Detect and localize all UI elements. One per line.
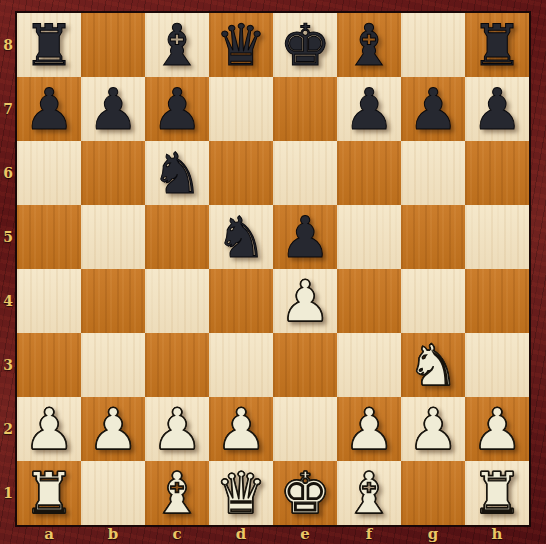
black-bishop[interactable]: ♝: [145, 13, 209, 77]
square-g5[interactable]: [401, 205, 465, 269]
square-d6[interactable]: [209, 141, 273, 205]
square-e3[interactable]: [273, 333, 337, 397]
square-h8[interactable]: ♜: [465, 13, 529, 77]
rank-label-4: 4: [0, 269, 16, 333]
square-f8[interactable]: ♝: [337, 13, 401, 77]
square-d8[interactable]: ♛: [209, 13, 273, 77]
square-f3[interactable]: [337, 333, 401, 397]
square-g7[interactable]: ♟: [401, 77, 465, 141]
white-queen[interactable]: ♛: [209, 461, 273, 525]
black-pawn[interactable]: ♟: [17, 77, 81, 141]
white-pawn[interactable]: ♟: [465, 397, 529, 461]
square-b8[interactable]: [81, 13, 145, 77]
white-king[interactable]: ♚: [273, 461, 337, 525]
square-a3[interactable]: [17, 333, 81, 397]
black-rook[interactable]: ♜: [17, 13, 81, 77]
white-rook[interactable]: ♜: [17, 461, 81, 525]
square-h1[interactable]: ♜: [465, 461, 529, 525]
file-label-c: c: [145, 525, 209, 544]
square-a5[interactable]: [17, 205, 81, 269]
square-g8[interactable]: [401, 13, 465, 77]
square-g1[interactable]: [401, 461, 465, 525]
square-b2[interactable]: ♟: [81, 397, 145, 461]
chess-board: ♜♝♛♚♝♜♟♟♟♟♟♟♞♞♟♟♞♟♟♟♟♟♟♟♜♝♛♚♝♜: [17, 13, 529, 525]
square-a4[interactable]: [17, 269, 81, 333]
square-g6[interactable]: [401, 141, 465, 205]
square-h6[interactable]: [465, 141, 529, 205]
square-f7[interactable]: ♟: [337, 77, 401, 141]
black-pawn[interactable]: ♟: [337, 77, 401, 141]
square-g3[interactable]: ♞: [401, 333, 465, 397]
square-a1[interactable]: ♜: [17, 461, 81, 525]
square-d5[interactable]: ♞: [209, 205, 273, 269]
file-label-a: a: [17, 525, 81, 544]
square-e6[interactable]: [273, 141, 337, 205]
square-h2[interactable]: ♟: [465, 397, 529, 461]
black-rook[interactable]: ♜: [465, 13, 529, 77]
rank-label-3: 3: [0, 333, 16, 397]
black-pawn[interactable]: ♟: [145, 77, 209, 141]
square-c8[interactable]: ♝: [145, 13, 209, 77]
white-pawn[interactable]: ♟: [337, 397, 401, 461]
black-queen[interactable]: ♛: [209, 13, 273, 77]
square-c3[interactable]: [145, 333, 209, 397]
square-e8[interactable]: ♚: [273, 13, 337, 77]
file-label-g: g: [401, 525, 465, 544]
white-bishop[interactable]: ♝: [337, 461, 401, 525]
black-pawn[interactable]: ♟: [401, 77, 465, 141]
white-pawn[interactable]: ♟: [401, 397, 465, 461]
rank-label-5: 5: [0, 205, 16, 269]
square-d1[interactable]: ♛: [209, 461, 273, 525]
chess-diagram: ♜♝♛♚♝♜♟♟♟♟♟♟♞♞♟♟♞♟♟♟♟♟♟♟♜♝♛♚♝♜ 87654321a…: [0, 0, 546, 544]
white-pawn[interactable]: ♟: [209, 397, 273, 461]
black-knight[interactable]: ♞: [209, 205, 273, 269]
rank-label-1: 1: [0, 461, 16, 525]
rank-label-2: 2: [0, 397, 16, 461]
black-pawn[interactable]: ♟: [465, 77, 529, 141]
square-c5[interactable]: [145, 205, 209, 269]
black-king[interactable]: ♚: [273, 13, 337, 77]
square-b1[interactable]: [81, 461, 145, 525]
black-knight[interactable]: ♞: [145, 141, 209, 205]
white-pawn[interactable]: ♟: [81, 397, 145, 461]
square-e1[interactable]: ♚: [273, 461, 337, 525]
square-h5[interactable]: [465, 205, 529, 269]
square-b6[interactable]: [81, 141, 145, 205]
square-e5[interactable]: ♟: [273, 205, 337, 269]
white-pawn[interactable]: ♟: [273, 269, 337, 333]
white-knight[interactable]: ♞: [401, 333, 465, 397]
square-c2[interactable]: ♟: [145, 397, 209, 461]
black-pawn[interactable]: ♟: [273, 205, 337, 269]
black-bishop[interactable]: ♝: [337, 13, 401, 77]
square-f6[interactable]: [337, 141, 401, 205]
square-a2[interactable]: ♟: [17, 397, 81, 461]
square-a8[interactable]: ♜: [17, 13, 81, 77]
square-b4[interactable]: [81, 269, 145, 333]
file-label-b: b: [81, 525, 145, 544]
square-f5[interactable]: [337, 205, 401, 269]
file-label-d: d: [209, 525, 273, 544]
white-bishop[interactable]: ♝: [145, 461, 209, 525]
square-h4[interactable]: [465, 269, 529, 333]
square-g2[interactable]: ♟: [401, 397, 465, 461]
white-pawn[interactable]: ♟: [145, 397, 209, 461]
square-f4[interactable]: [337, 269, 401, 333]
square-c1[interactable]: ♝: [145, 461, 209, 525]
square-b3[interactable]: [81, 333, 145, 397]
square-e2[interactable]: [273, 397, 337, 461]
file-label-e: e: [273, 525, 337, 544]
square-e7[interactable]: [273, 77, 337, 141]
square-b5[interactable]: [81, 205, 145, 269]
square-d3[interactable]: [209, 333, 273, 397]
square-b7[interactable]: ♟: [81, 77, 145, 141]
square-e4[interactable]: ♟: [273, 269, 337, 333]
rank-label-8: 8: [0, 13, 16, 77]
white-pawn[interactable]: ♟: [17, 397, 81, 461]
square-h7[interactable]: ♟: [465, 77, 529, 141]
square-a7[interactable]: ♟: [17, 77, 81, 141]
square-c6[interactable]: ♞: [145, 141, 209, 205]
file-label-f: f: [337, 525, 401, 544]
black-pawn[interactable]: ♟: [81, 77, 145, 141]
square-f2[interactable]: ♟: [337, 397, 401, 461]
square-f1[interactable]: ♝: [337, 461, 401, 525]
white-rook[interactable]: ♜: [465, 461, 529, 525]
file-label-h: h: [465, 525, 529, 544]
square-c7[interactable]: ♟: [145, 77, 209, 141]
square-d4[interactable]: [209, 269, 273, 333]
rank-label-6: 6: [0, 141, 16, 205]
square-c4[interactable]: [145, 269, 209, 333]
square-h3[interactable]: [465, 333, 529, 397]
rank-label-7: 7: [0, 77, 16, 141]
square-d7[interactable]: [209, 77, 273, 141]
square-d2[interactable]: ♟: [209, 397, 273, 461]
square-a6[interactable]: [17, 141, 81, 205]
square-g4[interactable]: [401, 269, 465, 333]
